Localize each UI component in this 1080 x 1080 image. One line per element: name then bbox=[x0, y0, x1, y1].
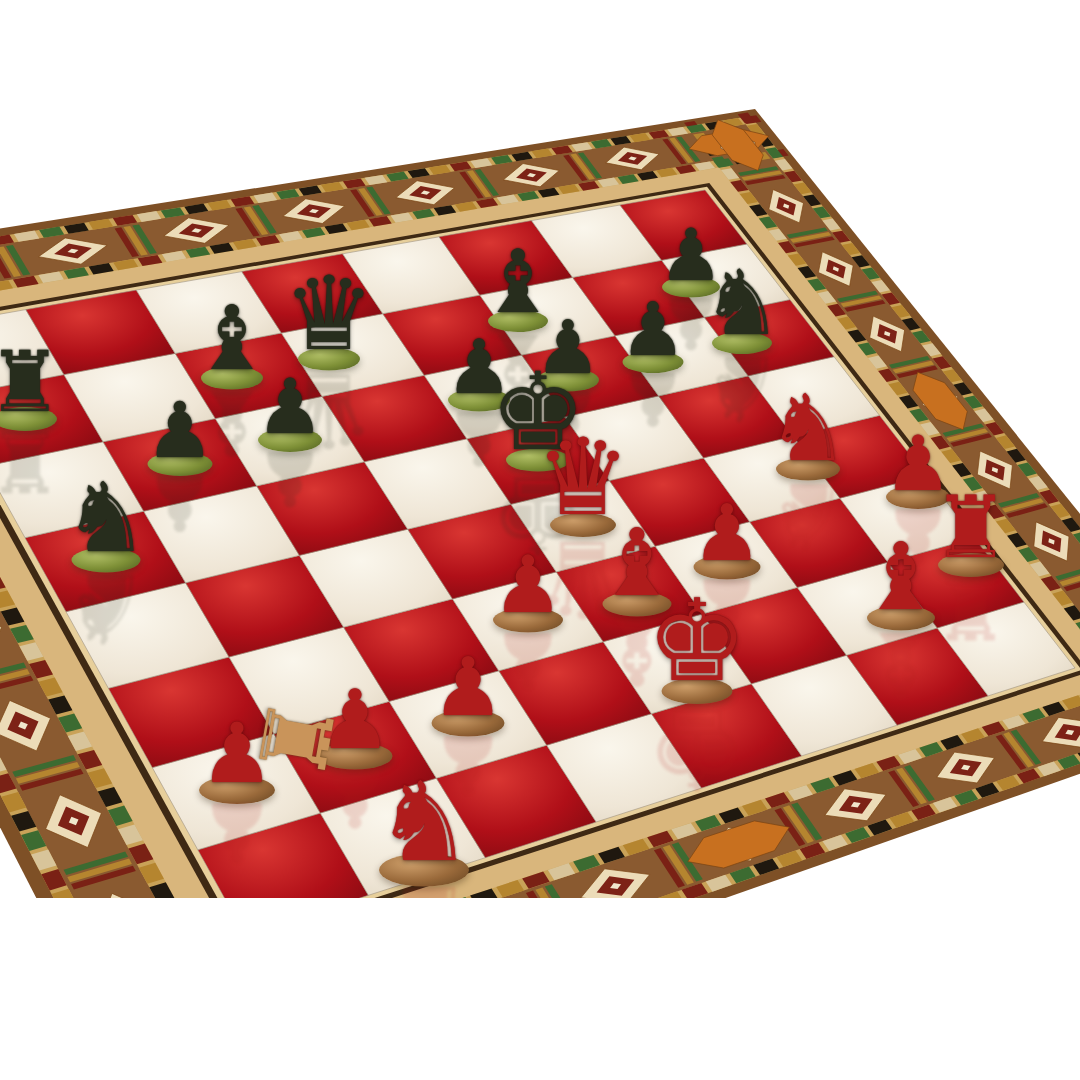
photo-crop-white bbox=[0, 898, 1080, 1080]
chess-set-photo: ♟♟♝♝♞♞♛♛♟♟♝♝♟♟♟♟♜♜♟♟♚♚♟♟♞♞♟♟♛♛♞♞♜♜♟♟♝♝♝♝… bbox=[0, 0, 1080, 1080]
